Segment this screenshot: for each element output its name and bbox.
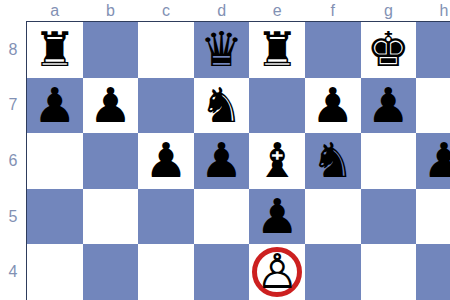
black-pawn: ♟ <box>200 133 243 189</box>
file-label-e: e <box>249 0 305 21</box>
rank-label-7: 7 <box>0 78 26 134</box>
square-d6[interactable]: ♟ <box>194 133 250 189</box>
square-g5[interactable] <box>361 189 417 245</box>
rank-label-4: 4 <box>0 244 26 300</box>
square-d7[interactable]: ♞ <box>194 78 250 134</box>
black-bishop: ♝ <box>256 133 299 189</box>
square-g4[interactable] <box>361 244 417 300</box>
file-label-g: g <box>361 0 417 21</box>
rank-label-5: 5 <box>0 189 26 245</box>
square-g6[interactable] <box>361 133 417 189</box>
file-label-d: d <box>194 0 250 21</box>
square-c4[interactable] <box>138 244 194 300</box>
rank-label-6: 6 <box>0 133 26 189</box>
square-g8[interactable]: ♚ <box>361 22 417 78</box>
square-h6[interactable]: ♟ <box>416 133 450 189</box>
square-h7[interactable] <box>416 78 450 134</box>
square-f7[interactable]: ♟ <box>305 78 361 134</box>
black-pawn: ♟ <box>367 78 410 134</box>
square-f5[interactable] <box>305 189 361 245</box>
square-c8[interactable] <box>138 22 194 78</box>
square-b8[interactable] <box>83 22 139 78</box>
black-rook: ♜ <box>256 22 299 78</box>
square-e4[interactable]: ♙ <box>249 244 305 300</box>
black-pawn: ♟ <box>89 78 132 134</box>
square-e7[interactable] <box>249 78 305 134</box>
black-pawn: ♟ <box>144 133 187 189</box>
square-d5[interactable] <box>194 189 250 245</box>
black-pawn: ♟ <box>311 78 354 134</box>
square-b5[interactable] <box>83 189 139 245</box>
black-knight: ♞ <box>311 133 354 189</box>
square-f6[interactable]: ♞ <box>305 133 361 189</box>
square-a5[interactable] <box>27 189 83 245</box>
square-f8[interactable] <box>305 22 361 78</box>
square-h5[interactable] <box>416 189 450 245</box>
square-e8[interactable]: ♜ <box>249 22 305 78</box>
black-king: ♚ <box>367 22 410 78</box>
file-label-b: b <box>83 0 139 21</box>
file-label-f: f <box>305 0 361 21</box>
white-pawn: ♙ <box>256 244 299 300</box>
square-c5[interactable] <box>138 189 194 245</box>
square-h8[interactable] <box>416 22 450 78</box>
chess-diagram: ♜♛♜♚♟♟♞♟♟♟♟♝♞♟♟♙ abcdefgh87654321 <box>0 0 450 300</box>
square-e5[interactable]: ♟ <box>249 189 305 245</box>
square-e6[interactable]: ♝ <box>249 133 305 189</box>
square-g7[interactable]: ♟ <box>361 78 417 134</box>
square-a7[interactable]: ♟ <box>27 78 83 134</box>
square-d8[interactable]: ♛ <box>194 22 250 78</box>
black-queen: ♛ <box>200 22 243 78</box>
square-b6[interactable] <box>83 133 139 189</box>
black-pawn: ♟ <box>256 189 299 245</box>
square-b7[interactable]: ♟ <box>83 78 139 134</box>
square-a6[interactable] <box>27 133 83 189</box>
board: ♜♛♜♚♟♟♞♟♟♟♟♝♞♟♟♙ <box>27 22 450 300</box>
black-pawn: ♟ <box>33 78 76 134</box>
square-a4[interactable] <box>27 244 83 300</box>
square-d4[interactable] <box>194 244 250 300</box>
square-c6[interactable]: ♟ <box>138 133 194 189</box>
square-c7[interactable] <box>138 78 194 134</box>
file-label-c: c <box>138 0 194 21</box>
square-a8[interactable]: ♜ <box>27 22 83 78</box>
black-pawn: ♟ <box>422 133 450 189</box>
square-b4[interactable] <box>83 244 139 300</box>
square-h4[interactable] <box>416 244 450 300</box>
file-label-h: h <box>416 0 450 21</box>
black-knight: ♞ <box>200 78 243 134</box>
black-rook: ♜ <box>33 22 76 78</box>
rank-label-8: 8 <box>0 22 26 78</box>
square-f4[interactable] <box>305 244 361 300</box>
file-label-a: a <box>27 0 83 21</box>
